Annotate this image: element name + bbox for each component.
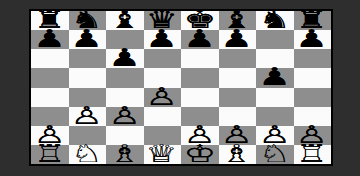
square-e3[interactable] bbox=[181, 107, 219, 126]
piece-white-pawn: ♙ bbox=[109, 106, 141, 125]
square-d2[interactable] bbox=[144, 126, 182, 145]
piece-black-pawn: ♟ bbox=[221, 30, 253, 49]
square-b8[interactable]: ♞ bbox=[69, 11, 107, 30]
piece-white-knight: ♘ bbox=[259, 145, 291, 164]
piece-white-bishop: ♗ bbox=[109, 145, 141, 164]
piece-white-king: ♔ bbox=[184, 145, 216, 164]
piece-black-bishop: ♝ bbox=[109, 11, 141, 30]
square-e8[interactable]: ♚ bbox=[181, 11, 219, 30]
square-f4[interactable] bbox=[219, 88, 257, 107]
piece-black-king: ♚ bbox=[184, 11, 216, 30]
square-g6[interactable] bbox=[256, 49, 294, 68]
square-e7[interactable]: ♟ bbox=[181, 30, 219, 49]
square-g4[interactable] bbox=[256, 88, 294, 107]
square-c2[interactable] bbox=[106, 126, 144, 145]
piece-black-pawn: ♟ bbox=[146, 30, 178, 49]
piece-black-pawn: ♟ bbox=[71, 30, 103, 49]
piece-white-rook: ♖ bbox=[34, 145, 66, 164]
app-background: ♜♞♝♛♚♝♞♜♟♟♟♟♟♟♟♟♙♙♙♙♙♙♙♙♖♘♗♕♔♗♘♖ bbox=[0, 0, 360, 176]
piece-black-pawn: ♟ bbox=[109, 49, 141, 68]
square-d3[interactable] bbox=[144, 107, 182, 126]
square-f3[interactable] bbox=[219, 107, 257, 126]
square-h6[interactable] bbox=[294, 49, 332, 68]
square-d4[interactable]: ♙ bbox=[144, 88, 182, 107]
square-d8[interactable]: ♛ bbox=[144, 11, 182, 30]
square-f6[interactable] bbox=[219, 49, 257, 68]
piece-black-pawn: ♟ bbox=[34, 30, 66, 49]
square-d5[interactable] bbox=[144, 68, 182, 87]
square-b3[interactable]: ♙ bbox=[69, 107, 107, 126]
piece-white-pawn: ♙ bbox=[146, 87, 178, 106]
square-f5[interactable] bbox=[219, 68, 257, 87]
square-e1[interactable]: ♔ bbox=[181, 145, 219, 164]
square-a2[interactable]: ♙ bbox=[31, 126, 69, 145]
piece-black-pawn: ♟ bbox=[259, 68, 291, 87]
square-c6[interactable]: ♟ bbox=[106, 49, 144, 68]
piece-black-pawn: ♟ bbox=[296, 30, 328, 49]
square-f1[interactable]: ♗ bbox=[219, 145, 257, 164]
square-a6[interactable] bbox=[31, 49, 69, 68]
square-b5[interactable] bbox=[69, 68, 107, 87]
square-h5[interactable] bbox=[294, 68, 332, 87]
piece-black-knight: ♞ bbox=[259, 11, 291, 30]
square-h1[interactable]: ♖ bbox=[294, 145, 332, 164]
chess-board: ♜♞♝♛♚♝♞♜♟♟♟♟♟♟♟♟♙♙♙♙♙♙♙♙♖♘♗♕♔♗♘♖ bbox=[29, 9, 333, 166]
square-c3[interactable]: ♙ bbox=[106, 107, 144, 126]
square-g7[interactable] bbox=[256, 30, 294, 49]
square-c7[interactable] bbox=[106, 30, 144, 49]
piece-white-queen: ♕ bbox=[146, 145, 178, 164]
square-a4[interactable] bbox=[31, 88, 69, 107]
square-a8[interactable]: ♜ bbox=[31, 11, 69, 30]
piece-black-knight: ♞ bbox=[71, 11, 103, 30]
piece-white-pawn: ♙ bbox=[71, 106, 103, 125]
piece-white-pawn: ♙ bbox=[34, 126, 66, 145]
square-e5[interactable] bbox=[181, 68, 219, 87]
square-f7[interactable]: ♟ bbox=[219, 30, 257, 49]
square-g3[interactable] bbox=[256, 107, 294, 126]
piece-black-bishop: ♝ bbox=[221, 11, 253, 30]
piece-black-rook: ♜ bbox=[34, 11, 66, 30]
square-d7[interactable]: ♟ bbox=[144, 30, 182, 49]
square-c4[interactable] bbox=[106, 88, 144, 107]
piece-white-pawn: ♙ bbox=[259, 126, 291, 145]
square-b7[interactable]: ♟ bbox=[69, 30, 107, 49]
square-g2[interactable]: ♙ bbox=[256, 126, 294, 145]
square-a5[interactable] bbox=[31, 68, 69, 87]
piece-white-pawn: ♙ bbox=[221, 126, 253, 145]
piece-white-bishop: ♗ bbox=[221, 145, 253, 164]
piece-white-knight: ♘ bbox=[71, 145, 103, 164]
square-b4[interactable] bbox=[69, 88, 107, 107]
square-e6[interactable] bbox=[181, 49, 219, 68]
square-h7[interactable]: ♟ bbox=[294, 30, 332, 49]
piece-black-rook: ♜ bbox=[296, 11, 328, 30]
square-a7[interactable]: ♟ bbox=[31, 30, 69, 49]
square-b6[interactable] bbox=[69, 49, 107, 68]
square-f8[interactable]: ♝ bbox=[219, 11, 257, 30]
square-g8[interactable]: ♞ bbox=[256, 11, 294, 30]
square-f2[interactable]: ♙ bbox=[219, 126, 257, 145]
square-h8[interactable]: ♜ bbox=[294, 11, 332, 30]
square-h4[interactable] bbox=[294, 88, 332, 107]
piece-black-queen: ♛ bbox=[146, 11, 178, 30]
square-d6[interactable] bbox=[144, 49, 182, 68]
square-a1[interactable]: ♖ bbox=[31, 145, 69, 164]
piece-black-pawn: ♟ bbox=[184, 30, 216, 49]
square-e4[interactable] bbox=[181, 88, 219, 107]
square-g1[interactable]: ♘ bbox=[256, 145, 294, 164]
piece-white-rook: ♖ bbox=[296, 145, 328, 164]
piece-white-pawn: ♙ bbox=[296, 126, 328, 145]
square-h2[interactable]: ♙ bbox=[294, 126, 332, 145]
square-h3[interactable] bbox=[294, 107, 332, 126]
square-b2[interactable] bbox=[69, 126, 107, 145]
square-g5[interactable]: ♟ bbox=[256, 68, 294, 87]
square-d1[interactable]: ♕ bbox=[144, 145, 182, 164]
piece-white-pawn: ♙ bbox=[184, 126, 216, 145]
square-c1[interactable]: ♗ bbox=[106, 145, 144, 164]
square-a3[interactable] bbox=[31, 107, 69, 126]
square-e2[interactable]: ♙ bbox=[181, 126, 219, 145]
square-b1[interactable]: ♘ bbox=[69, 145, 107, 164]
square-c8[interactable]: ♝ bbox=[106, 11, 144, 30]
square-c5[interactable] bbox=[106, 68, 144, 87]
